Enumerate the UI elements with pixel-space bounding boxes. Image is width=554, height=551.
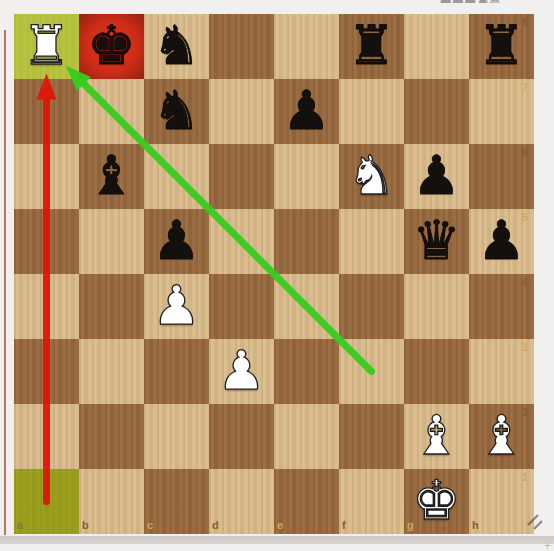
square-c6[interactable] — [144, 144, 209, 209]
white-king-g1[interactable]: ♚ — [404, 469, 469, 534]
square-e3[interactable] — [274, 339, 339, 404]
square-a7[interactable] — [14, 79, 79, 144]
square-g4[interactable] — [404, 274, 469, 339]
square-b3[interactable] — [79, 339, 144, 404]
square-f5[interactable] — [339, 209, 404, 274]
square-c7[interactable]: ♞ — [144, 79, 209, 144]
square-c4[interactable]: ♟ — [144, 274, 209, 339]
square-d4[interactable] — [209, 274, 274, 339]
square-g8[interactable] — [404, 14, 469, 79]
square-d5[interactable] — [209, 209, 274, 274]
square-g6[interactable]: ♟ — [404, 144, 469, 209]
square-a5[interactable] — [14, 209, 79, 274]
square-c8[interactable]: ♞ — [144, 14, 209, 79]
black-knight-c7[interactable]: ♞ — [144, 79, 209, 144]
square-h8[interactable]: ♜ — [469, 14, 534, 79]
square-f7[interactable] — [339, 79, 404, 144]
square-e4[interactable] — [274, 274, 339, 339]
square-b1[interactable] — [79, 469, 144, 534]
captured-pieces-glyphs: ♟♟♟♞♜ — [438, 0, 499, 7]
square-h2[interactable]: ♝ — [469, 404, 534, 469]
board-resize-handle[interactable] — [522, 509, 546, 533]
white-pawn-d3[interactable]: ♟ — [209, 339, 274, 404]
square-e7[interactable]: ♟ — [274, 79, 339, 144]
square-f1[interactable] — [339, 469, 404, 534]
square-g2[interactable]: ♝ — [404, 404, 469, 469]
square-f6[interactable]: ♞ — [339, 144, 404, 209]
square-a1[interactable] — [14, 469, 79, 534]
square-h4[interactable] — [469, 274, 534, 339]
black-king-b8[interactable]: ♚ — [79, 14, 144, 79]
white-bishop-g2[interactable]: ♝ — [404, 404, 469, 469]
square-a6[interactable] — [14, 144, 79, 209]
square-b5[interactable] — [79, 209, 144, 274]
square-g5[interactable]: ♛ — [404, 209, 469, 274]
white-pawn-c4[interactable]: ♟ — [144, 274, 209, 339]
page-divider-strip — [0, 536, 554, 544]
square-f3[interactable] — [339, 339, 404, 404]
square-c3[interactable] — [144, 339, 209, 404]
black-rook-h8[interactable]: ♜ — [469, 14, 534, 79]
chess-board[interactable]: ♜♚♞♜♜♞♟♝♞♟♟♛♟♟♟♝♝♚abcdefgh87654321 — [14, 14, 534, 534]
black-pawn-g6[interactable]: ♟ — [404, 144, 469, 209]
square-d8[interactable] — [209, 14, 274, 79]
white-rook-a8[interactable]: ♜ — [14, 14, 79, 79]
black-queen-g5[interactable]: ♛ — [404, 209, 469, 274]
square-f2[interactable] — [339, 404, 404, 469]
black-rook-f8[interactable]: ♜ — [339, 14, 404, 79]
square-b4[interactable] — [79, 274, 144, 339]
black-pawn-e7[interactable]: ♟ — [274, 79, 339, 144]
black-pawn-h5[interactable]: ♟ — [469, 209, 534, 274]
captured-material-indicator: ♟♟♟♞♜ +10 — [438, 0, 527, 7]
square-f8[interactable]: ♜ — [339, 14, 404, 79]
square-e6[interactable] — [274, 144, 339, 209]
square-h6[interactable] — [469, 144, 534, 209]
square-h5[interactable]: ♟ — [469, 209, 534, 274]
square-b8[interactable]: ♚ — [79, 14, 144, 79]
square-c5[interactable]: ♟ — [144, 209, 209, 274]
white-bishop-h2[interactable]: ♝ — [469, 404, 534, 469]
square-d2[interactable] — [209, 404, 274, 469]
square-a2[interactable] — [14, 404, 79, 469]
square-b7[interactable] — [79, 79, 144, 144]
square-e2[interactable] — [274, 404, 339, 469]
square-a4[interactable] — [14, 274, 79, 339]
square-e1[interactable] — [274, 469, 339, 534]
square-b6[interactable]: ♝ — [79, 144, 144, 209]
white-knight-f6[interactable]: ♞ — [339, 144, 404, 209]
left-edge-accent-line — [4, 30, 6, 535]
material-advantage-label: +10 — [505, 0, 527, 5]
square-a8[interactable]: ♜ — [14, 14, 79, 79]
square-f4[interactable] — [339, 274, 404, 339]
square-d6[interactable] — [209, 144, 274, 209]
square-a3[interactable] — [14, 339, 79, 404]
partial-element-below-board: + — [544, 541, 554, 551]
square-h7[interactable] — [469, 79, 534, 144]
square-g1[interactable]: ♚ — [404, 469, 469, 534]
black-bishop-b6[interactable]: ♝ — [79, 144, 144, 209]
square-c2[interactable] — [144, 404, 209, 469]
square-g7[interactable] — [404, 79, 469, 144]
square-d3[interactable]: ♟ — [209, 339, 274, 404]
square-e5[interactable] — [274, 209, 339, 274]
square-c1[interactable] — [144, 469, 209, 534]
black-knight-c8[interactable]: ♞ — [144, 14, 209, 79]
square-d1[interactable] — [209, 469, 274, 534]
square-d7[interactable] — [209, 79, 274, 144]
black-pawn-c5[interactable]: ♟ — [144, 209, 209, 274]
square-h3[interactable] — [469, 339, 534, 404]
square-g3[interactable] — [404, 339, 469, 404]
square-b2[interactable] — [79, 404, 144, 469]
chess-board-screenshot: ♜♚♞♜♜♞♟♝♞♟♟♛♟♟♟♝♝♚abcdefgh87654321 ♟♟♟♞♜… — [0, 0, 554, 551]
square-e8[interactable] — [274, 14, 339, 79]
